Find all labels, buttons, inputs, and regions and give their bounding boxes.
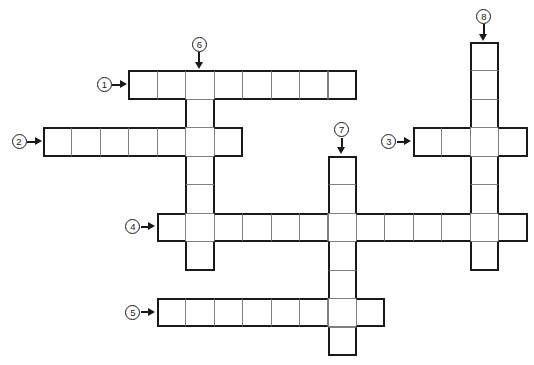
cell-r4-c5[interactable] <box>157 127 186 156</box>
cell-r4-c2[interactable] <box>71 127 100 156</box>
cell-r2-c7[interactable] <box>214 70 243 99</box>
cell-r10-c11[interactable] <box>328 298 357 327</box>
cell-r10-c12[interactable] <box>356 298 385 327</box>
cell-r7-c17[interactable] <box>498 213 527 242</box>
cell-r7-c15[interactable] <box>441 213 470 242</box>
clue-2-arrow-right-icon <box>35 137 42 145</box>
cell-r5-c16[interactable] <box>470 156 499 185</box>
clue-3-arrow-right-icon <box>404 137 411 145</box>
cell-r2-c11[interactable] <box>328 70 357 99</box>
cell-r5-c6[interactable] <box>185 156 214 185</box>
cell-r4-c14[interactable] <box>413 127 442 156</box>
clue-1-arrow-line <box>112 84 120 86</box>
cell-r6-c11[interactable] <box>328 184 357 213</box>
cell-r7-c16[interactable] <box>470 213 499 242</box>
cell-r2-c6[interactable] <box>185 70 214 99</box>
clue-5-arrow-right-icon <box>148 308 155 316</box>
clue-1-arrow-right-icon <box>120 80 127 88</box>
cell-r10-c8[interactable] <box>242 298 271 327</box>
cell-r7-c5[interactable] <box>157 213 186 242</box>
cell-r3-c16[interactable] <box>470 99 499 128</box>
cell-r7-c13[interactable] <box>384 213 413 242</box>
cell-r8-c11[interactable] <box>328 241 357 270</box>
cell-r11-c11[interactable] <box>328 327 357 356</box>
cell-r8-c6[interactable] <box>185 241 214 270</box>
cell-r4-c3[interactable] <box>100 127 129 156</box>
cell-r2-c4[interactable] <box>128 70 157 99</box>
clue-2-arrow-line <box>27 141 35 143</box>
cell-r2-c10[interactable] <box>299 70 328 99</box>
clue-4-arrow-right-icon <box>148 222 155 230</box>
cell-r7-c9[interactable] <box>271 213 300 242</box>
cell-r1-c16[interactable] <box>470 42 499 71</box>
clue-6-arrow-line <box>198 52 200 62</box>
clue-8-number: 8 <box>476 9 491 24</box>
cell-r6-c6[interactable] <box>185 184 214 213</box>
cell-r7-c14[interactable] <box>413 213 442 242</box>
clue-2-number: 2 <box>12 134 27 149</box>
clue-7-arrow-down-icon <box>337 147 345 154</box>
cell-r10-c5[interactable] <box>157 298 186 327</box>
cell-r4-c7[interactable] <box>214 127 243 156</box>
cell-r10-c10[interactable] <box>299 298 328 327</box>
clue-6-number: 6 <box>192 37 207 52</box>
cell-r4-c1[interactable] <box>43 127 72 156</box>
cell-r7-c6[interactable] <box>185 213 214 242</box>
clue-7-number: 7 <box>334 122 349 137</box>
clue-7-arrow-line <box>341 138 343 148</box>
cell-r4-c6[interactable] <box>185 127 214 156</box>
crossword-board: 12345678 <box>0 0 534 365</box>
cell-r7-c10[interactable] <box>299 213 328 242</box>
cell-r4-c4[interactable] <box>128 127 157 156</box>
clue-5-arrow-line <box>141 311 149 313</box>
clue-6-arrow-down-icon <box>195 62 203 69</box>
clue-8-arrow-line <box>483 24 485 34</box>
cell-r2-c16[interactable] <box>470 70 499 99</box>
cell-r3-c6[interactable] <box>185 99 214 128</box>
cell-r6-c16[interactable] <box>470 184 499 213</box>
cell-r10-c7[interactable] <box>214 298 243 327</box>
cell-r7-c11[interactable] <box>328 213 357 242</box>
clue-3-arrow-line <box>397 141 405 143</box>
cell-r9-c11[interactable] <box>328 270 357 299</box>
cell-r10-c9[interactable] <box>271 298 300 327</box>
cell-r2-c9[interactable] <box>271 70 300 99</box>
cell-r10-c6[interactable] <box>185 298 214 327</box>
cell-r7-c12[interactable] <box>356 213 385 242</box>
clue-4-arrow-line <box>141 226 149 228</box>
cell-r5-c11[interactable] <box>328 156 357 185</box>
cell-r7-c7[interactable] <box>214 213 243 242</box>
cell-r8-c16[interactable] <box>470 241 499 270</box>
clue-1-number: 1 <box>97 77 112 92</box>
cell-r4-c16[interactable] <box>470 127 499 156</box>
clue-8-arrow-down-icon <box>479 34 487 41</box>
cell-r2-c5[interactable] <box>157 70 186 99</box>
cell-r4-c17[interactable] <box>498 127 527 156</box>
clue-3-number: 3 <box>381 134 396 149</box>
cell-r4-c15[interactable] <box>441 127 470 156</box>
clue-4-number: 4 <box>125 219 140 234</box>
cell-r2-c8[interactable] <box>242 70 271 99</box>
clue-5-number: 5 <box>125 305 140 320</box>
cell-r7-c8[interactable] <box>242 213 271 242</box>
